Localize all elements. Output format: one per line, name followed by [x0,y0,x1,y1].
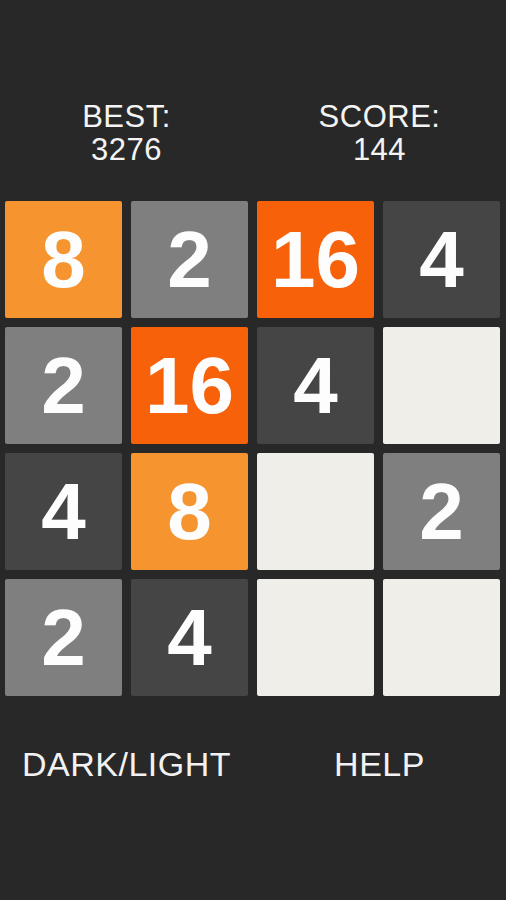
app-background: BEST: 3276 SCORE: 144 82164216448224 DAR… [0,0,506,900]
tile-2: 2 [5,579,122,696]
best-score-block: BEST: 3276 [0,100,253,166]
empty-cell [383,579,500,696]
tile-8: 8 [131,453,248,570]
empty-cell [257,453,374,570]
dark-light-label: DARK/LIGHT [22,745,231,783]
tile-2: 2 [383,453,500,570]
tile-2: 2 [131,201,248,318]
current-score-block: SCORE: 144 [253,100,506,166]
score-label: SCORE: [253,100,506,133]
footer-bar: DARK/LIGHT HELP [0,743,506,785]
tile-8: 8 [5,201,122,318]
best-label: BEST: [0,100,253,133]
tile-4: 4 [383,201,500,318]
tile-16: 16 [257,201,374,318]
tile-16: 16 [131,327,248,444]
score-value: 144 [253,133,506,166]
help-label: HELP [334,745,425,783]
score-header: BEST: 3276 SCORE: 144 [0,100,506,166]
tile-4: 4 [257,327,374,444]
game-board[interactable]: 82164216448224 [5,201,500,696]
tile-2: 2 [5,327,122,444]
empty-cell [383,327,500,444]
best-value: 3276 [0,133,253,166]
empty-cell [257,579,374,696]
tile-4: 4 [5,453,122,570]
dark-light-button[interactable]: DARK/LIGHT [0,743,253,785]
help-button[interactable]: HELP [253,743,506,785]
tile-4: 4 [131,579,248,696]
